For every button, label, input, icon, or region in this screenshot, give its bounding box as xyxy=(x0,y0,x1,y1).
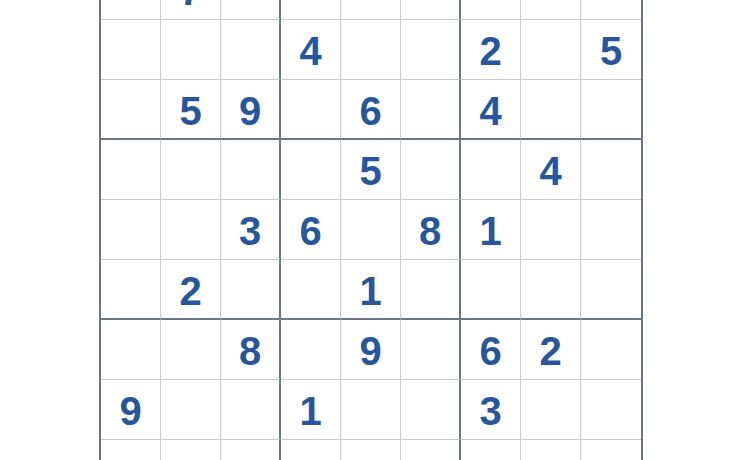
cell-r2c1[interactable] xyxy=(101,20,161,80)
cell-r2c5[interactable] xyxy=(341,20,401,80)
cell-r4c7[interactable] xyxy=(461,140,521,200)
cell-r5c2[interactable] xyxy=(161,200,221,260)
cell-r8c5[interactable] xyxy=(341,380,401,440)
cell-r8c8[interactable] xyxy=(521,380,581,440)
sudoku-board: 74255964543681218962913 xyxy=(99,0,643,460)
cell-r5c3[interactable]: 3 xyxy=(221,200,281,260)
cell-r4c3[interactable] xyxy=(221,140,281,200)
cell-r9c1[interactable] xyxy=(101,440,161,460)
cell-r7c6[interactable] xyxy=(401,320,461,380)
cell-r3c6[interactable] xyxy=(401,80,461,140)
cell-r9c3[interactable] xyxy=(221,440,281,460)
cell-r4c8[interactable]: 4 xyxy=(521,140,581,200)
cell-r2c2[interactable] xyxy=(161,20,221,80)
cell-r8c6[interactable] xyxy=(401,380,461,440)
cell-r8c2[interactable] xyxy=(161,380,221,440)
cell-r5c6[interactable]: 8 xyxy=(401,200,461,260)
cell-r7c9[interactable] xyxy=(581,320,641,380)
cell-r6c2[interactable]: 2 xyxy=(161,260,221,320)
cell-r3c1[interactable] xyxy=(101,80,161,140)
cell-r9c9[interactable] xyxy=(581,440,641,460)
cell-r1c7[interactable] xyxy=(461,0,521,20)
cell-r2c8[interactable] xyxy=(521,20,581,80)
cell-r9c2[interactable] xyxy=(161,440,221,460)
cell-r5c9[interactable] xyxy=(581,200,641,260)
cell-r7c2[interactable] xyxy=(161,320,221,380)
cell-r2c3[interactable] xyxy=(221,20,281,80)
cell-r6c1[interactable] xyxy=(101,260,161,320)
cell-r3c8[interactable] xyxy=(521,80,581,140)
cell-r7c8[interactable]: 2 xyxy=(521,320,581,380)
cell-r2c7[interactable]: 2 xyxy=(461,20,521,80)
cell-r7c5[interactable]: 9 xyxy=(341,320,401,380)
cell-r9c5[interactable] xyxy=(341,440,401,460)
cell-r4c5[interactable]: 5 xyxy=(341,140,401,200)
cell-r9c4[interactable] xyxy=(281,440,341,460)
cell-r1c4[interactable] xyxy=(281,0,341,20)
cell-r9c6[interactable] xyxy=(401,440,461,460)
cell-r2c9[interactable]: 5 xyxy=(581,20,641,80)
cell-r1c9[interactable] xyxy=(581,0,641,20)
cell-r6c9[interactable] xyxy=(581,260,641,320)
cell-r5c7[interactable]: 1 xyxy=(461,200,521,260)
cell-r8c7[interactable]: 3 xyxy=(461,380,521,440)
cell-r8c3[interactable] xyxy=(221,380,281,440)
cell-r4c1[interactable] xyxy=(101,140,161,200)
cell-r9c7[interactable] xyxy=(461,440,521,460)
cell-r4c2[interactable] xyxy=(161,140,221,200)
cell-r5c5[interactable] xyxy=(341,200,401,260)
cell-r7c4[interactable] xyxy=(281,320,341,380)
cell-r6c5[interactable]: 1 xyxy=(341,260,401,320)
cell-r1c6[interactable] xyxy=(401,0,461,20)
cell-r5c1[interactable] xyxy=(101,200,161,260)
cell-r8c9[interactable] xyxy=(581,380,641,440)
cell-r3c4[interactable] xyxy=(281,80,341,140)
cell-r6c3[interactable] xyxy=(221,260,281,320)
cell-r3c7[interactable]: 4 xyxy=(461,80,521,140)
cell-r8c1[interactable]: 9 xyxy=(101,380,161,440)
cell-r9c8[interactable] xyxy=(521,440,581,460)
cell-r7c1[interactable] xyxy=(101,320,161,380)
cell-r7c7[interactable]: 6 xyxy=(461,320,521,380)
cell-r6c4[interactable] xyxy=(281,260,341,320)
cell-r3c2[interactable]: 5 xyxy=(161,80,221,140)
cell-r4c9[interactable] xyxy=(581,140,641,200)
sudoku-screen: 74255964543681218962913 xyxy=(0,0,736,460)
cell-r4c6[interactable] xyxy=(401,140,461,200)
cell-r1c8[interactable] xyxy=(521,0,581,20)
cell-r2c6[interactable] xyxy=(401,20,461,80)
cell-r1c1[interactable] xyxy=(101,0,161,20)
cell-r7c3[interactable]: 8 xyxy=(221,320,281,380)
cell-r3c9[interactable] xyxy=(581,80,641,140)
cell-r4c4[interactable] xyxy=(281,140,341,200)
cell-r5c8[interactable] xyxy=(521,200,581,260)
cell-r1c2[interactable]: 7 xyxy=(161,0,221,20)
cell-r6c8[interactable] xyxy=(521,260,581,320)
cell-r8c4[interactable]: 1 xyxy=(281,380,341,440)
cell-r1c3[interactable] xyxy=(221,0,281,20)
cell-r5c4[interactable]: 6 xyxy=(281,200,341,260)
cell-r6c7[interactable] xyxy=(461,260,521,320)
cell-r3c3[interactable]: 9 xyxy=(221,80,281,140)
cell-r3c5[interactable]: 6 xyxy=(341,80,401,140)
cell-r1c5[interactable] xyxy=(341,0,401,20)
cell-r2c4[interactable]: 4 xyxy=(281,20,341,80)
cell-r6c6[interactable] xyxy=(401,260,461,320)
